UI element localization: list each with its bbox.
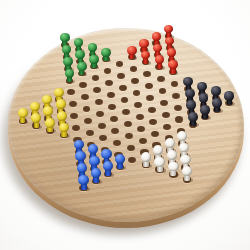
board-hole[interactable] (92, 75, 100, 81)
peg-blue[interactable] (88, 144, 98, 154)
peg-yellow[interactable] (54, 88, 64, 97)
peg-yellow[interactable] (30, 102, 40, 111)
board-hole[interactable] (79, 82, 87, 88)
board-hole[interactable] (160, 100, 168, 106)
board-hole[interactable] (171, 81, 179, 87)
board-hole[interactable] (128, 157, 136, 163)
board-hole[interactable] (86, 130, 94, 136)
peg-green[interactable] (75, 50, 84, 59)
board-hole[interactable] (125, 133, 133, 139)
peg-black[interactable] (224, 91, 234, 100)
board-hole[interactable] (149, 119, 157, 125)
peg-white[interactable] (180, 155, 190, 165)
board-hole[interactable] (174, 105, 182, 111)
board-hole[interactable] (105, 80, 113, 86)
board-hole[interactable] (124, 121, 132, 127)
board-hole[interactable] (113, 140, 121, 146)
peg-red[interactable] (153, 44, 162, 53)
board-hole[interactable] (99, 135, 107, 141)
game-board (8, 28, 244, 222)
peg-black[interactable] (211, 86, 221, 95)
board-hole[interactable] (157, 76, 165, 82)
board-hole[interactable] (148, 107, 156, 113)
board-hole[interactable] (122, 109, 130, 115)
board-hole[interactable] (108, 104, 116, 110)
board-hole[interactable] (175, 116, 183, 122)
peg-green[interactable] (60, 33, 69, 42)
board-hole[interactable] (127, 145, 135, 151)
peg-yellow[interactable] (18, 108, 28, 117)
peg-green[interactable] (65, 69, 75, 78)
board-hole[interactable] (98, 123, 106, 129)
peg-black[interactable] (197, 82, 207, 91)
peg-green[interactable] (101, 48, 110, 57)
board-hole[interactable] (81, 94, 89, 100)
board-hole[interactable] (69, 101, 77, 107)
peg-white[interactable] (167, 150, 177, 160)
board-hole[interactable] (162, 112, 170, 118)
board-hole[interactable] (159, 88, 167, 94)
peg-green[interactable] (77, 62, 87, 71)
board-hole[interactable] (136, 114, 144, 120)
peg-red[interactable] (141, 51, 150, 60)
peg-red[interactable] (168, 60, 178, 69)
peg-red[interactable] (164, 25, 173, 34)
peg-blue[interactable] (91, 168, 102, 178)
peg-white[interactable] (168, 162, 179, 172)
board-hole[interactable] (116, 61, 124, 67)
board-hole[interactable] (130, 66, 138, 72)
board-hole[interactable] (117, 73, 125, 79)
board-hole[interactable] (121, 97, 129, 103)
peg-green[interactable] (63, 57, 72, 66)
peg-blue[interactable] (77, 163, 88, 173)
board-hole[interactable] (131, 78, 139, 84)
peg-black[interactable] (200, 105, 210, 114)
peg-yellow[interactable] (43, 106, 53, 115)
board-hole[interactable] (107, 92, 115, 98)
board-hole[interactable] (83, 106, 91, 112)
board-hole[interactable] (84, 118, 92, 124)
peg-green[interactable] (88, 43, 97, 52)
peg-blue[interactable] (78, 175, 89, 185)
board-hole[interactable] (137, 126, 145, 132)
board-hole[interactable] (172, 93, 180, 99)
peg-blue[interactable] (75, 151, 85, 161)
board-hole[interactable] (139, 138, 147, 144)
peg-blue[interactable] (74, 140, 84, 150)
peg-black[interactable] (212, 98, 222, 107)
peg-white[interactable] (177, 131, 187, 141)
board-hole[interactable] (70, 113, 78, 119)
product-photo (0, 0, 250, 250)
peg-black[interactable] (199, 93, 209, 102)
peg-red[interactable] (127, 46, 136, 55)
board-hole[interactable] (145, 83, 153, 89)
peg-blue[interactable] (103, 161, 114, 171)
board-hole[interactable] (96, 111, 104, 117)
peg-red[interactable] (152, 32, 161, 41)
board-hole[interactable] (95, 99, 103, 105)
peg-white[interactable] (153, 145, 163, 155)
board-hole[interactable] (151, 131, 159, 137)
peg-green[interactable] (62, 45, 71, 54)
peg-blue[interactable] (101, 149, 111, 159)
peg-black[interactable] (183, 77, 193, 86)
peg-yellow[interactable] (31, 113, 41, 122)
peg-white[interactable] (182, 166, 193, 176)
peg-green[interactable] (89, 55, 98, 64)
board-hole[interactable] (134, 102, 142, 108)
peg-red[interactable] (167, 48, 176, 57)
peg-white[interactable] (165, 138, 175, 148)
peg-blue[interactable] (115, 154, 125, 164)
peg-green[interactable] (74, 38, 83, 47)
board-hole[interactable] (104, 68, 112, 74)
peg-black[interactable] (188, 112, 198, 121)
peg-white[interactable] (141, 152, 151, 162)
board-hole[interactable] (111, 128, 119, 134)
board-hole[interactable] (146, 95, 154, 101)
board-hole[interactable] (72, 125, 80, 131)
peg-yellow[interactable] (45, 118, 55, 127)
peg-red[interactable] (139, 39, 148, 48)
peg-white[interactable] (179, 143, 189, 153)
peg-yellow[interactable] (59, 123, 69, 133)
board-hole[interactable] (163, 124, 171, 130)
board-hole[interactable] (67, 89, 75, 95)
board-hole[interactable] (143, 71, 151, 77)
peg-black[interactable] (186, 100, 196, 109)
peg-yellow[interactable] (42, 95, 52, 104)
peg-blue[interactable] (89, 156, 99, 166)
board-hole[interactable] (133, 90, 141, 96)
peg-white[interactable] (154, 157, 164, 167)
peg-black[interactable] (185, 89, 195, 98)
board-hole[interactable] (93, 87, 101, 93)
peg-red[interactable] (155, 55, 164, 64)
peg-yellow[interactable] (57, 111, 67, 120)
peg-red[interactable] (165, 37, 174, 46)
peg-yellow[interactable] (56, 99, 66, 108)
board-hole[interactable] (119, 85, 127, 91)
board-hole[interactable] (110, 116, 118, 122)
